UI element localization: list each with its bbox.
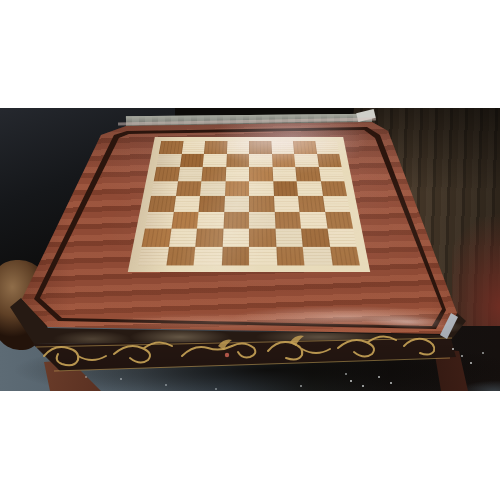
chess-table-photo (0, 108, 500, 391)
marquetry-red-floret (225, 353, 229, 357)
floor-paint-specks (350, 380, 352, 382)
listing-photo-frame (0, 0, 500, 500)
apron-marquetry (30, 330, 460, 376)
